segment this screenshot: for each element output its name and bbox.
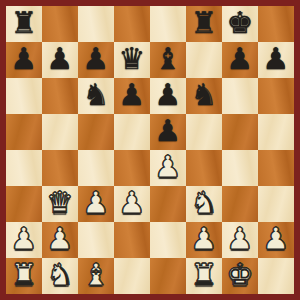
square-d1[interactable]: [114, 258, 150, 294]
square-a1[interactable]: ♜: [6, 258, 42, 294]
square-e5[interactable]: ♟: [150, 114, 186, 150]
white-pawn-e4[interactable]: ♟: [155, 150, 182, 185]
square-f4[interactable]: [186, 150, 222, 186]
square-b6[interactable]: [42, 78, 78, 114]
white-pawn-d3[interactable]: ♟: [119, 186, 146, 221]
square-e8[interactable]: [150, 6, 186, 42]
square-h1[interactable]: [258, 258, 294, 294]
white-rook-a1[interactable]: ♜: [11, 258, 38, 293]
chess-board-frame: ♜ ♜ ♚ ♟ ♟ ♟ ♛ ♝ ♟ ♟ ♞ ♟ ♟ ♞ ♟: [0, 0, 300, 300]
square-b5[interactable]: [42, 114, 78, 150]
square-g2[interactable]: ♟: [222, 222, 258, 258]
square-g4[interactable]: [222, 150, 258, 186]
black-queen-d7[interactable]: ♛: [119, 42, 146, 77]
square-e4[interactable]: ♟: [150, 150, 186, 186]
square-f7[interactable]: [186, 42, 222, 78]
white-pawn-b2[interactable]: ♟: [47, 222, 74, 257]
square-g1[interactable]: ♚: [222, 258, 258, 294]
square-b2[interactable]: ♟: [42, 222, 78, 258]
square-f1[interactable]: ♜: [186, 258, 222, 294]
black-pawn-b7[interactable]: ♟: [47, 42, 74, 77]
square-d5[interactable]: [114, 114, 150, 150]
square-h2[interactable]: ♟: [258, 222, 294, 258]
white-queen-b3[interactable]: ♛: [47, 186, 74, 221]
square-c2[interactable]: [78, 222, 114, 258]
black-rook-f8[interactable]: ♜: [191, 6, 218, 41]
square-a6[interactable]: [6, 78, 42, 114]
square-f5[interactable]: [186, 114, 222, 150]
black-king-g8[interactable]: ♚: [227, 6, 254, 41]
black-pawn-e6[interactable]: ♟: [155, 78, 182, 113]
square-e1[interactable]: [150, 258, 186, 294]
white-bishop-c1[interactable]: ♝: [83, 258, 110, 293]
square-h3[interactable]: [258, 186, 294, 222]
square-c3[interactable]: ♟: [78, 186, 114, 222]
square-b8[interactable]: [42, 6, 78, 42]
square-b4[interactable]: [42, 150, 78, 186]
square-a8[interactable]: ♜: [6, 6, 42, 42]
square-f2[interactable]: ♟: [186, 222, 222, 258]
square-c1[interactable]: ♝: [78, 258, 114, 294]
square-f6[interactable]: ♞: [186, 78, 222, 114]
white-pawn-c3[interactable]: ♟: [83, 186, 110, 221]
square-c6[interactable]: ♞: [78, 78, 114, 114]
black-pawn-a7[interactable]: ♟: [11, 42, 38, 77]
square-g6[interactable]: [222, 78, 258, 114]
black-pawn-g7[interactable]: ♟: [227, 42, 254, 77]
square-h6[interactable]: [258, 78, 294, 114]
square-g8[interactable]: ♚: [222, 6, 258, 42]
black-pawn-c7[interactable]: ♟: [83, 42, 110, 77]
square-d6[interactable]: ♟: [114, 78, 150, 114]
square-f8[interactable]: ♜: [186, 6, 222, 42]
square-c7[interactable]: ♟: [78, 42, 114, 78]
white-rook-f1[interactable]: ♜: [191, 258, 218, 293]
square-c4[interactable]: [78, 150, 114, 186]
square-e6[interactable]: ♟: [150, 78, 186, 114]
square-d2[interactable]: [114, 222, 150, 258]
square-a2[interactable]: ♟: [6, 222, 42, 258]
square-b7[interactable]: ♟: [42, 42, 78, 78]
square-d8[interactable]: [114, 6, 150, 42]
square-g3[interactable]: [222, 186, 258, 222]
square-g5[interactable]: [222, 114, 258, 150]
white-pawn-f2[interactable]: ♟: [191, 222, 218, 257]
square-c8[interactable]: [78, 6, 114, 42]
square-d3[interactable]: ♟: [114, 186, 150, 222]
square-c5[interactable]: [78, 114, 114, 150]
black-pawn-h7[interactable]: ♟: [263, 42, 290, 77]
white-pawn-a2[interactable]: ♟: [11, 222, 38, 257]
black-pawn-e5[interactable]: ♟: [155, 114, 182, 149]
square-a3[interactable]: [6, 186, 42, 222]
black-rook-a8[interactable]: ♜: [11, 6, 38, 41]
square-f3[interactable]: ♞: [186, 186, 222, 222]
square-d7[interactable]: ♛: [114, 42, 150, 78]
square-a5[interactable]: [6, 114, 42, 150]
white-king-g1[interactable]: ♚: [227, 258, 254, 293]
white-pawn-g2[interactable]: ♟: [227, 222, 254, 257]
black-knight-c6[interactable]: ♞: [83, 78, 110, 113]
square-a7[interactable]: ♟: [6, 42, 42, 78]
square-h4[interactable]: [258, 150, 294, 186]
black-pawn-d6[interactable]: ♟: [119, 78, 146, 113]
square-b3[interactable]: ♛: [42, 186, 78, 222]
square-e2[interactable]: [150, 222, 186, 258]
white-pawn-h2[interactable]: ♟: [263, 222, 290, 257]
square-g7[interactable]: ♟: [222, 42, 258, 78]
black-knight-f6[interactable]: ♞: [191, 78, 218, 113]
white-knight-b1[interactable]: ♞: [47, 258, 74, 293]
square-b1[interactable]: ♞: [42, 258, 78, 294]
square-a4[interactable]: [6, 150, 42, 186]
square-e3[interactable]: [150, 186, 186, 222]
square-h8[interactable]: [258, 6, 294, 42]
black-bishop-e7[interactable]: ♝: [155, 42, 182, 77]
square-h5[interactable]: [258, 114, 294, 150]
white-knight-f3[interactable]: ♞: [191, 186, 218, 221]
chess-board: ♜ ♜ ♚ ♟ ♟ ♟ ♛ ♝ ♟ ♟ ♞ ♟ ♟ ♞ ♟: [6, 6, 294, 294]
square-h7[interactable]: ♟: [258, 42, 294, 78]
square-d4[interactable]: [114, 150, 150, 186]
square-e7[interactable]: ♝: [150, 42, 186, 78]
